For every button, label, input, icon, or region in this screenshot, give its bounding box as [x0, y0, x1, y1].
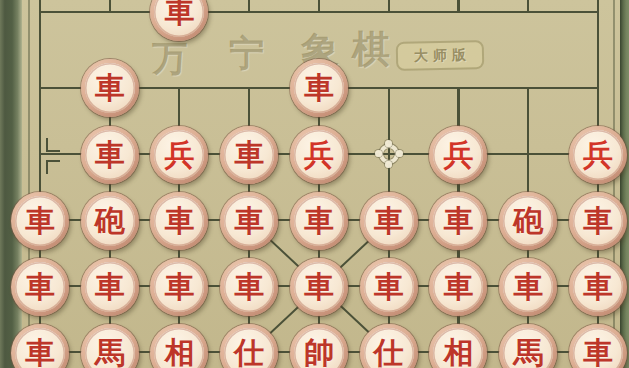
piece-face: 車: [294, 262, 344, 312]
piece-glyph: 車: [234, 140, 264, 170]
piece-face: 帥: [294, 328, 344, 368]
board-grid[interactable]: 車車車車兵車兵兵兵車砲車車車車車砲車車車車車車車車車車車馬相仕帥仕相馬車: [5, 0, 629, 368]
piece-red-advisor[interactable]: 仕: [360, 324, 418, 368]
piece-red-chariot[interactable]: 車: [290, 59, 348, 117]
piece-face: 車: [15, 262, 65, 312]
piece-glyph: 車: [25, 206, 55, 236]
piece-glyph: 車: [25, 272, 55, 302]
piece-red-cannon[interactable]: 砲: [81, 192, 139, 250]
piece-face: 車: [294, 196, 344, 246]
piece-face: 車: [433, 196, 483, 246]
piece-red-chariot[interactable]: 車: [11, 192, 69, 250]
piece-glyph: 車: [374, 206, 404, 236]
piece-red-cannon[interactable]: 砲: [499, 192, 557, 250]
piece-face: 車: [154, 262, 204, 312]
piece-red-chariot[interactable]: 車: [220, 126, 278, 184]
piece-glyph: 車: [25, 338, 55, 368]
piece-red-horse[interactable]: 馬: [81, 324, 139, 368]
piece-red-chariot[interactable]: 車: [499, 258, 557, 316]
piece-red-chariot[interactable]: 車: [81, 258, 139, 316]
piece-face: 車: [224, 196, 274, 246]
piece-glyph: 車: [164, 272, 194, 302]
piece-glyph: 車: [583, 272, 613, 302]
piece-red-elephant[interactable]: 相: [150, 324, 208, 368]
piece-red-soldier[interactable]: 兵: [429, 126, 487, 184]
piece-red-elephant[interactable]: 相: [429, 324, 487, 368]
piece-glyph: 車: [164, 0, 194, 27]
piece-red-chariot[interactable]: 車: [290, 192, 348, 250]
piece-glyph: 車: [234, 206, 264, 236]
piece-red-chariot[interactable]: 車: [569, 324, 627, 368]
piece-glyph: 車: [443, 206, 473, 236]
piece-face: 車: [154, 196, 204, 246]
piece-glyph: 車: [95, 73, 125, 103]
piece-red-general[interactable]: 帥: [290, 324, 348, 368]
piece-glyph: 相: [164, 338, 194, 368]
piece-face: 車: [573, 328, 623, 368]
piece-face: 車: [573, 196, 623, 246]
piece-red-soldier[interactable]: 兵: [569, 126, 627, 184]
piece-red-chariot[interactable]: 車: [81, 59, 139, 117]
piece-glyph: 相: [443, 338, 473, 368]
piece-glyph: 仕: [234, 338, 264, 368]
piece-glyph: 車: [443, 272, 473, 302]
piece-glyph: 帥: [304, 338, 334, 368]
piece-face: 車: [15, 196, 65, 246]
piece-glyph: 車: [304, 73, 334, 103]
piece-red-chariot[interactable]: 車: [220, 258, 278, 316]
piece-face: 相: [154, 328, 204, 368]
piece-face: 車: [224, 262, 274, 312]
piece-face: 砲: [503, 196, 553, 246]
piece-face: 車: [573, 262, 623, 312]
piece-face: 兵: [294, 130, 344, 180]
piece-red-chariot[interactable]: 車: [360, 258, 418, 316]
crosshair-tick: [396, 150, 403, 157]
piece-red-chariot[interactable]: 車: [290, 258, 348, 316]
piece-face: 車: [294, 63, 344, 113]
piece-face: 仕: [224, 328, 274, 368]
xiangqi-app-screen: 万 宁 象 棋 大师版 車車車車兵車兵兵兵車砲車車車車車砲車車車車車車車車車車車…: [0, 0, 629, 368]
piece-glyph: 馬: [95, 338, 125, 368]
piece-face: 車: [503, 262, 553, 312]
crosshair-tick: [385, 140, 392, 147]
piece-red-chariot[interactable]: 車: [81, 126, 139, 184]
piece-face: 車: [364, 262, 414, 312]
piece-red-soldier[interactable]: 兵: [290, 126, 348, 184]
piece-face: 車: [364, 196, 414, 246]
piece-red-chariot[interactable]: 車: [220, 192, 278, 250]
piece-face: 車: [85, 262, 135, 312]
piece-face: 車: [85, 130, 135, 180]
crosshair-tick: [375, 150, 382, 157]
piece-red-chariot[interactable]: 車: [429, 258, 487, 316]
piece-red-chariot[interactable]: 車: [429, 192, 487, 250]
piece-red-chariot[interactable]: 車: [150, 258, 208, 316]
piece-face: 車: [15, 328, 65, 368]
crosshair-cursor: [377, 142, 401, 166]
piece-face: 車: [224, 130, 274, 180]
piece-glyph: 車: [583, 206, 613, 236]
piece-red-chariot[interactable]: 車: [360, 192, 418, 250]
piece-glyph: 仕: [374, 338, 404, 368]
piece-red-chariot[interactable]: 車: [569, 192, 627, 250]
piece-face: 兵: [573, 130, 623, 180]
piece-face: 馬: [503, 328, 553, 368]
crosshair-tick: [385, 161, 392, 168]
piece-face: 兵: [154, 130, 204, 180]
piece-face: 砲: [85, 196, 135, 246]
piece-red-soldier[interactable]: 兵: [150, 126, 208, 184]
piece-face: 相: [433, 328, 483, 368]
piece-face: 車: [85, 63, 135, 113]
piece-glyph: 兵: [164, 140, 194, 170]
piece-red-chariot[interactable]: 車: [569, 258, 627, 316]
piece-face: 車: [154, 0, 204, 37]
piece-glyph: 車: [304, 272, 334, 302]
piece-red-chariot[interactable]: 車: [150, 0, 208, 41]
piece-glyph: 車: [304, 206, 334, 236]
piece-glyph: 車: [164, 206, 194, 236]
piece-glyph: 兵: [583, 140, 613, 170]
piece-glyph: 車: [583, 338, 613, 368]
piece-glyph: 車: [95, 272, 125, 302]
piece-glyph: 兵: [443, 140, 473, 170]
piece-glyph: 砲: [95, 206, 125, 236]
piece-face: 兵: [433, 130, 483, 180]
piece-red-chariot[interactable]: 車: [150, 192, 208, 250]
piece-glyph: 車: [374, 272, 404, 302]
piece-glyph: 車: [95, 140, 125, 170]
piece-face: 車: [433, 262, 483, 312]
piece-red-horse[interactable]: 馬: [499, 324, 557, 368]
piece-face: 馬: [85, 328, 135, 368]
piece-glyph: 兵: [304, 140, 334, 170]
piece-face: 仕: [364, 328, 414, 368]
piece-glyph: 砲: [513, 206, 543, 236]
piece-glyph: 馬: [513, 338, 543, 368]
piece-red-advisor[interactable]: 仕: [220, 324, 278, 368]
piece-glyph: 車: [234, 272, 264, 302]
piece-glyph: 車: [513, 272, 543, 302]
piece-red-chariot[interactable]: 車: [11, 258, 69, 316]
piece-red-chariot[interactable]: 車: [11, 324, 69, 368]
